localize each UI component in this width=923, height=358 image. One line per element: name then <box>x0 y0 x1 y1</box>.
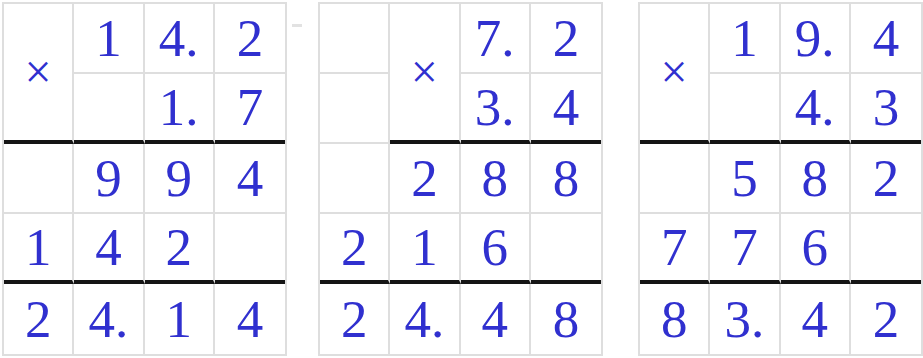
digit-cell: 4 <box>461 284 531 354</box>
empty-cell <box>4 144 74 214</box>
digit-cell: 1 <box>74 4 144 74</box>
digit-cell: 4. <box>145 4 215 74</box>
digit-cell: 4 <box>531 74 601 144</box>
digit-cell: 8 <box>531 144 601 214</box>
digit-cell: 2 <box>4 284 74 354</box>
digit-cell: 4 <box>851 4 921 74</box>
digit-cell: 2 <box>390 144 460 214</box>
empty-cell <box>320 74 390 144</box>
multiplication-grid-2: × 7. 2 3. 4 2 8 8 2 1 6 2 4. 4 8 <box>318 2 603 356</box>
empty-cell <box>320 144 390 214</box>
digit-cell: 8 <box>640 284 710 354</box>
empty-cell <box>320 4 390 74</box>
worksheet: × 1 4. 2 1. 7 9 9 4 1 4 2 2 4. 1 4 × 7. … <box>2 2 923 356</box>
digit-cell: 9 <box>145 144 215 214</box>
digit-cell: 4. <box>74 284 144 354</box>
digit-cell: 1 <box>4 214 74 284</box>
multiplication-grid-1: × 1 4. 2 1. 7 9 9 4 1 4 2 2 4. 1 4 <box>2 2 287 356</box>
digit-cell: 7 <box>640 214 710 284</box>
digit-cell: 4 <box>74 214 144 284</box>
digit-cell: 4 <box>215 284 285 354</box>
digit-cell: 7 <box>710 214 780 284</box>
digit-cell: 3 <box>851 74 921 144</box>
digit-cell: 2 <box>531 4 601 74</box>
empty-cell <box>215 214 285 284</box>
digit-cell: 9 <box>74 144 144 214</box>
empty-cell <box>640 144 710 214</box>
empty-cell <box>851 214 921 284</box>
digit-cell: 9. <box>781 4 851 74</box>
empty-cell <box>74 74 144 144</box>
multiply-sign: × <box>390 4 460 144</box>
digit-cell: 3. <box>710 284 780 354</box>
digit-cell: 4 <box>781 284 851 354</box>
digit-cell: 2 <box>851 284 921 354</box>
digit-cell: 1 <box>145 284 215 354</box>
multiplication-grid-3: × 1 9. 4 4. 3 5 8 2 7 7 6 8 3. 4 2 <box>638 2 923 356</box>
multiply-sign: × <box>4 4 74 144</box>
digit-cell: 2 <box>320 214 390 284</box>
digit-cell: 7 <box>215 74 285 144</box>
digit-cell: 2 <box>851 144 921 214</box>
digit-cell: 3. <box>461 74 531 144</box>
digit-cell: 8 <box>781 144 851 214</box>
digit-cell: 4 <box>215 144 285 214</box>
digit-cell: 6 <box>781 214 851 284</box>
digit-cell: 1 <box>710 4 780 74</box>
worksheet-page: { "game": "long-multiplication-worksheet… <box>0 0 923 358</box>
digit-cell: 4. <box>390 284 460 354</box>
digit-cell: 1 <box>390 214 460 284</box>
digit-cell: 5 <box>710 144 780 214</box>
digit-cell: 8 <box>531 284 601 354</box>
stray-mark <box>292 24 302 27</box>
digit-cell: 6 <box>461 214 531 284</box>
digit-cell: 2 <box>145 214 215 284</box>
multiply-sign: × <box>640 4 710 144</box>
digit-cell: 1. <box>145 74 215 144</box>
empty-cell <box>710 74 780 144</box>
digit-cell: 7. <box>461 4 531 74</box>
digit-cell: 2 <box>215 4 285 74</box>
empty-cell <box>531 214 601 284</box>
digit-cell: 2 <box>320 284 390 354</box>
digit-cell: 8 <box>461 144 531 214</box>
digit-cell: 4. <box>781 74 851 144</box>
